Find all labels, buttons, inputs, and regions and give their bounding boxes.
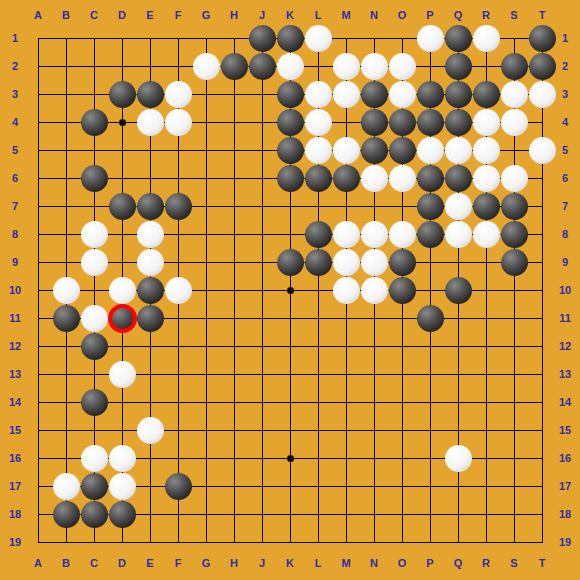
stone-black [249,53,276,80]
row-label-left: 3 [12,88,18,100]
stone-black [417,305,444,332]
stone-black [81,389,108,416]
stone-white [501,81,528,108]
row-label-right: 19 [559,536,571,548]
row-label-left: 13 [9,368,21,380]
stone-black [501,53,528,80]
stone-white [333,249,360,276]
column-label-bottom: J [259,557,265,569]
row-label-left: 7 [12,200,18,212]
stone-white [473,165,500,192]
stone-white [137,249,164,276]
stone-white [81,445,108,472]
stone-white [473,109,500,136]
column-label-bottom: E [146,557,153,569]
row-label-left: 18 [9,508,21,520]
stone-white [137,417,164,444]
stone-black [417,109,444,136]
stone-black [305,249,332,276]
column-label-bottom: G [202,557,211,569]
column-label-top: S [510,9,517,21]
stone-white [193,53,220,80]
go-app-window: AABBCCDDEEFFGGHHJJKKLLMMNNOOPPQQRRSSTT11… [0,0,580,580]
stone-black [361,109,388,136]
row-label-left: 16 [9,452,21,464]
row-label-right: 7 [562,200,568,212]
stone-black [417,81,444,108]
stone-black [389,137,416,164]
stone-black [473,193,500,220]
stone-white [165,277,192,304]
stone-white [389,81,416,108]
stone-white [529,81,556,108]
stone-white [333,221,360,248]
stone-black [445,277,472,304]
row-label-right: 5 [562,144,568,156]
stone-black [81,165,108,192]
grid-line-horizontal [38,402,543,403]
stone-white [333,137,360,164]
column-label-top: P [426,9,433,21]
column-label-top: R [482,9,490,21]
stone-white [165,109,192,136]
stone-white [305,137,332,164]
stone-black [53,305,80,332]
stone-white [53,277,80,304]
column-label-bottom: D [118,557,126,569]
column-label-top: G [202,9,211,21]
column-label-bottom: A [34,557,42,569]
stone-black [137,305,164,332]
column-label-top: A [34,9,42,21]
row-label-right: 12 [559,340,571,352]
row-label-left: 12 [9,340,21,352]
row-label-right: 17 [559,480,571,492]
column-label-bottom: H [230,557,238,569]
stone-white [165,81,192,108]
stone-white [361,221,388,248]
row-label-left: 17 [9,480,21,492]
row-label-right: 9 [562,256,568,268]
stone-white [389,53,416,80]
stone-black [529,53,556,80]
stone-white [473,25,500,52]
stone-black [501,221,528,248]
stone-black [389,109,416,136]
stone-white [417,25,444,52]
stone-white [473,221,500,248]
row-label-right: 3 [562,88,568,100]
row-label-left: 9 [12,256,18,268]
row-label-right: 10 [559,284,571,296]
column-label-top: N [370,9,378,21]
column-label-bottom: Q [454,557,463,569]
column-label-bottom: M [341,557,350,569]
stone-white [81,249,108,276]
stone-white [361,53,388,80]
stone-black [277,109,304,136]
stone-white [333,81,360,108]
stone-white [445,445,472,472]
row-label-right: 14 [559,396,571,408]
stone-black [389,249,416,276]
stone-black [53,501,80,528]
stone-black [445,81,472,108]
stone-black [501,193,528,220]
stone-white [473,137,500,164]
stone-black [277,25,304,52]
stone-white [81,305,108,332]
stone-black [529,25,556,52]
stone-black [389,277,416,304]
stone-black [305,221,332,248]
stone-black [109,193,136,220]
stone-white [361,249,388,276]
stone-black [277,249,304,276]
stone-black [81,501,108,528]
stone-black [305,165,332,192]
row-label-left: 1 [12,32,18,44]
stone-black [445,165,472,192]
stone-black [277,165,304,192]
go-board[interactable]: AABBCCDDEEFFGGHHJJKKLLMMNNOOPPQQRRSSTT11… [0,0,580,580]
row-label-right: 1 [562,32,568,44]
stone-black [109,501,136,528]
row-label-left: 14 [9,396,21,408]
row-label-left: 4 [12,116,18,128]
stone-white [277,53,304,80]
row-label-left: 19 [9,536,21,548]
stone-black [417,165,444,192]
stone-black [361,137,388,164]
stone-black [137,193,164,220]
stone-black [137,277,164,304]
row-label-right: 2 [562,60,568,72]
stone-white [109,361,136,388]
stone-black [361,81,388,108]
stone-black [221,53,248,80]
star-point [287,455,294,462]
stone-white [445,137,472,164]
stone-white [389,165,416,192]
column-label-top: L [315,9,322,21]
stone-black [501,249,528,276]
column-label-top: H [230,9,238,21]
stone-black [445,53,472,80]
column-label-bottom: S [510,557,517,569]
column-label-bottom: N [370,557,378,569]
column-label-bottom: F [175,557,182,569]
grid-line-horizontal [38,346,543,347]
column-label-top: T [539,9,546,21]
column-label-top: M [341,9,350,21]
column-label-top: F [175,9,182,21]
row-label-right: 8 [562,228,568,240]
row-label-left: 11 [9,312,21,324]
column-label-top: J [259,9,265,21]
column-label-top: D [118,9,126,21]
stone-white [333,277,360,304]
row-label-left: 8 [12,228,18,240]
stone-white [417,137,444,164]
stone-white [137,109,164,136]
stone-white [305,25,332,52]
column-label-bottom: B [62,557,70,569]
stone-black [249,25,276,52]
stone-white [305,81,332,108]
row-label-right: 13 [559,368,571,380]
column-label-bottom: K [286,557,294,569]
row-label-left: 15 [9,424,21,436]
stone-white [501,165,528,192]
grid-line-horizontal [38,542,543,543]
row-label-right: 16 [559,452,571,464]
stone-black [277,137,304,164]
star-point [119,119,126,126]
stone-white [109,445,136,472]
column-label-top: C [90,9,98,21]
row-label-right: 11 [559,312,571,324]
stone-black [165,193,192,220]
row-label-right: 4 [562,116,568,128]
column-label-bottom: R [482,557,490,569]
row-label-left: 10 [9,284,21,296]
grid-line-horizontal [38,430,543,431]
stone-white [333,53,360,80]
column-label-top: O [398,9,407,21]
stone-black [109,81,136,108]
stone-white [501,109,528,136]
stone-black [277,81,304,108]
column-label-bottom: P [426,557,433,569]
grid-line-vertical [542,38,543,543]
stone-white [389,221,416,248]
stone-white [81,221,108,248]
stone-black [473,81,500,108]
stone-black [81,109,108,136]
stone-white [109,473,136,500]
stone-white [137,221,164,248]
stone-white [445,221,472,248]
stone-white [53,473,80,500]
stone-black [417,193,444,220]
column-label-bottom: O [398,557,407,569]
row-label-right: 15 [559,424,571,436]
stone-white [305,109,332,136]
column-label-top: E [146,9,153,21]
column-label-top: Q [454,9,463,21]
stone-black [333,165,360,192]
stone-black [137,81,164,108]
row-label-right: 18 [559,508,571,520]
row-label-left: 2 [12,60,18,72]
column-label-bottom: L [315,557,322,569]
stone-white [529,137,556,164]
column-label-bottom: T [539,557,546,569]
column-label-top: K [286,9,294,21]
stone-black [445,109,472,136]
star-point [287,287,294,294]
last-move-marker [108,304,137,333]
row-label-left: 6 [12,172,18,184]
stone-black [165,473,192,500]
stone-black [417,221,444,248]
stone-black [81,473,108,500]
row-label-left: 5 [12,144,18,156]
stone-black [445,25,472,52]
stone-black [81,333,108,360]
stone-white [445,193,472,220]
row-label-right: 6 [562,172,568,184]
stone-white [109,277,136,304]
column-label-top: B [62,9,70,21]
stone-white [361,277,388,304]
column-label-bottom: C [90,557,98,569]
stone-white [361,165,388,192]
